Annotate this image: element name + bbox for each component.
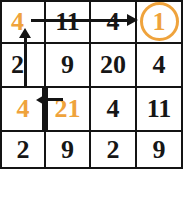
- cell-r1c3: 4: [137, 44, 181, 88]
- cell-r1c2: 20: [91, 44, 137, 88]
- cell-r3c0: 2: [2, 132, 46, 167]
- cell-r1c1: 9: [46, 44, 91, 88]
- path-arrow-up-line: [24, 37, 27, 86]
- maze-wall-segment: [42, 86, 48, 132]
- path-arrow-up-icon: [19, 28, 31, 38]
- cell-r3c1: 9: [46, 132, 91, 167]
- path-arrow-left-line: [45, 98, 63, 101]
- cell-r0c1: 11: [46, 2, 91, 44]
- path-arrow-left-icon: [36, 94, 46, 106]
- path-arrow-right-line: [31, 19, 128, 22]
- cell-r3c2: 2: [91, 132, 137, 167]
- path-arrow-right-icon: [127, 14, 138, 26]
- cell-r3c3: 9: [137, 132, 181, 167]
- cell-r2c1: 21: [46, 88, 91, 132]
- cell-r2c2: 4: [91, 88, 137, 132]
- cell-r2c3: 11: [137, 88, 181, 132]
- puzzle-canvas: 4 11 4 1 2 9 20 4 4 21 4 11 2 9 2 9: [0, 0, 183, 197]
- goal-circle: [140, 2, 179, 41]
